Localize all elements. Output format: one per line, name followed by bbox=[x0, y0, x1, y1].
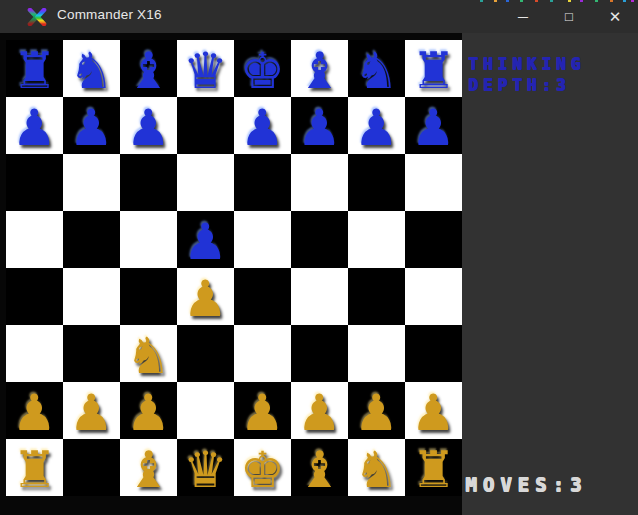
square-a8[interactable]: ♜ bbox=[6, 40, 63, 97]
square-a1[interactable]: ♜ bbox=[6, 439, 63, 496]
square-c7[interactable]: ♟ bbox=[120, 97, 177, 154]
white-pawn-b2: ♟ bbox=[63, 385, 120, 442]
square-g3[interactable] bbox=[348, 325, 405, 382]
moves-counter: MOVES:3 bbox=[465, 473, 587, 495]
square-h3[interactable] bbox=[405, 325, 462, 382]
square-b6[interactable] bbox=[63, 154, 120, 211]
square-a3[interactable] bbox=[6, 325, 63, 382]
square-g7[interactable]: ♟ bbox=[348, 97, 405, 154]
white-rook-a1: ♜ bbox=[6, 442, 63, 499]
status-panel: THINKING DEPTH:3 MOVES:3 bbox=[462, 33, 638, 515]
square-a6[interactable] bbox=[6, 154, 63, 211]
square-d7[interactable] bbox=[177, 97, 234, 154]
window-title: Commander X16 bbox=[57, 7, 162, 22]
square-d3[interactable] bbox=[177, 325, 234, 382]
window-controls: ─ □ ✕ bbox=[500, 0, 638, 33]
square-e1[interactable]: ♚ bbox=[234, 439, 291, 496]
white-knight-g1: ♞ bbox=[348, 442, 405, 499]
square-h5[interactable] bbox=[405, 211, 462, 268]
square-a5[interactable] bbox=[6, 211, 63, 268]
square-b8[interactable]: ♞ bbox=[63, 40, 120, 97]
square-f5[interactable] bbox=[291, 211, 348, 268]
square-d5[interactable]: ♟ bbox=[177, 211, 234, 268]
white-pawn-g2: ♟ bbox=[348, 385, 405, 442]
square-e6[interactable] bbox=[234, 154, 291, 211]
square-f1[interactable]: ♝ bbox=[291, 439, 348, 496]
square-d8[interactable]: ♛ bbox=[177, 40, 234, 97]
square-d1[interactable]: ♛ bbox=[177, 439, 234, 496]
black-bishop-c8: ♝ bbox=[120, 43, 177, 100]
x16-butterfly-logo bbox=[27, 8, 47, 26]
square-e8[interactable]: ♚ bbox=[234, 40, 291, 97]
square-g6[interactable] bbox=[348, 154, 405, 211]
square-f2[interactable]: ♟ bbox=[291, 382, 348, 439]
black-rook-h8: ♜ bbox=[405, 43, 462, 100]
square-d2[interactable] bbox=[177, 382, 234, 439]
emulator-screen: ♜♞♝♛♚♝♞♜♟♟♟♟♟♟♟♟♟♞♟♟♟♟♟♟♟♜♝♛♚♝♞♜ THINKIN… bbox=[0, 33, 638, 515]
square-e2[interactable]: ♟ bbox=[234, 382, 291, 439]
square-a2[interactable]: ♟ bbox=[6, 382, 63, 439]
square-d4[interactable]: ♟ bbox=[177, 268, 234, 325]
square-e3[interactable] bbox=[234, 325, 291, 382]
black-knight-g8: ♞ bbox=[348, 43, 405, 100]
white-pawn-f2: ♟ bbox=[291, 385, 348, 442]
square-h8[interactable]: ♜ bbox=[405, 40, 462, 97]
black-pawn-g7: ♟ bbox=[348, 100, 405, 157]
square-h4[interactable] bbox=[405, 268, 462, 325]
depth-status: DEPTH:3 bbox=[468, 75, 570, 94]
square-g4[interactable] bbox=[348, 268, 405, 325]
square-f3[interactable] bbox=[291, 325, 348, 382]
square-c1[interactable]: ♝ bbox=[120, 439, 177, 496]
square-g2[interactable]: ♟ bbox=[348, 382, 405, 439]
thinking-status: THINKING bbox=[468, 54, 585, 73]
square-c2[interactable]: ♟ bbox=[120, 382, 177, 439]
screen-noise-pixels bbox=[480, 0, 483, 2]
black-pawn-a7: ♟ bbox=[6, 100, 63, 157]
chess-board: ♜♞♝♛♚♝♞♜♟♟♟♟♟♟♟♟♟♞♟♟♟♟♟♟♟♜♝♛♚♝♞♜ bbox=[6, 40, 462, 496]
square-d6[interactable] bbox=[177, 154, 234, 211]
square-c4[interactable] bbox=[120, 268, 177, 325]
square-h1[interactable]: ♜ bbox=[405, 439, 462, 496]
white-pawn-a2: ♟ bbox=[6, 385, 63, 442]
square-f7[interactable]: ♟ bbox=[291, 97, 348, 154]
square-c8[interactable]: ♝ bbox=[120, 40, 177, 97]
square-b4[interactable] bbox=[63, 268, 120, 325]
black-pawn-b7: ♟ bbox=[63, 100, 120, 157]
square-h7[interactable]: ♟ bbox=[405, 97, 462, 154]
black-pawn-f7: ♟ bbox=[291, 100, 348, 157]
close-button[interactable]: ✕ bbox=[592, 0, 638, 33]
maximize-button[interactable]: □ bbox=[546, 0, 592, 33]
square-b2[interactable]: ♟ bbox=[63, 382, 120, 439]
black-queen-d8: ♛ bbox=[177, 43, 234, 100]
square-f8[interactable]: ♝ bbox=[291, 40, 348, 97]
square-c3[interactable]: ♞ bbox=[120, 325, 177, 382]
white-bishop-c1: ♝ bbox=[120, 442, 177, 499]
black-king-e8: ♚ bbox=[234, 43, 291, 100]
white-pawn-d4: ♟ bbox=[177, 271, 234, 328]
square-b5[interactable] bbox=[63, 211, 120, 268]
square-e5[interactable] bbox=[234, 211, 291, 268]
square-f4[interactable] bbox=[291, 268, 348, 325]
square-c6[interactable] bbox=[120, 154, 177, 211]
white-pawn-h2: ♟ bbox=[405, 385, 462, 442]
white-king-e1: ♚ bbox=[234, 442, 291, 499]
white-pawn-e2: ♟ bbox=[234, 385, 291, 442]
white-queen-d1: ♛ bbox=[177, 442, 234, 499]
square-e4[interactable] bbox=[234, 268, 291, 325]
white-pawn-c2: ♟ bbox=[120, 385, 177, 442]
square-b7[interactable]: ♟ bbox=[63, 97, 120, 154]
square-g8[interactable]: ♞ bbox=[348, 40, 405, 97]
black-pawn-d5: ♟ bbox=[177, 214, 234, 271]
square-a7[interactable]: ♟ bbox=[6, 97, 63, 154]
black-knight-b8: ♞ bbox=[63, 43, 120, 100]
black-pawn-c7: ♟ bbox=[120, 100, 177, 157]
square-h6[interactable] bbox=[405, 154, 462, 211]
black-pawn-h7: ♟ bbox=[405, 100, 462, 157]
white-bishop-f1: ♝ bbox=[291, 442, 348, 499]
square-a4[interactable] bbox=[6, 268, 63, 325]
square-f6[interactable] bbox=[291, 154, 348, 211]
square-b1[interactable] bbox=[63, 439, 120, 496]
square-c5[interactable] bbox=[120, 211, 177, 268]
white-rook-h1: ♜ bbox=[405, 442, 462, 499]
square-e7[interactable]: ♟ bbox=[234, 97, 291, 154]
title-bar: Commander X16 ─ □ ✕ bbox=[0, 0, 638, 33]
square-g5[interactable] bbox=[348, 211, 405, 268]
minimize-button[interactable]: ─ bbox=[500, 0, 546, 33]
white-knight-c3: ♞ bbox=[120, 328, 177, 385]
black-bishop-f8: ♝ bbox=[291, 43, 348, 100]
square-g1[interactable]: ♞ bbox=[348, 439, 405, 496]
square-h2[interactable]: ♟ bbox=[405, 382, 462, 439]
square-b3[interactable] bbox=[63, 325, 120, 382]
black-rook-a8: ♜ bbox=[6, 43, 63, 100]
black-pawn-e7: ♟ bbox=[234, 100, 291, 157]
